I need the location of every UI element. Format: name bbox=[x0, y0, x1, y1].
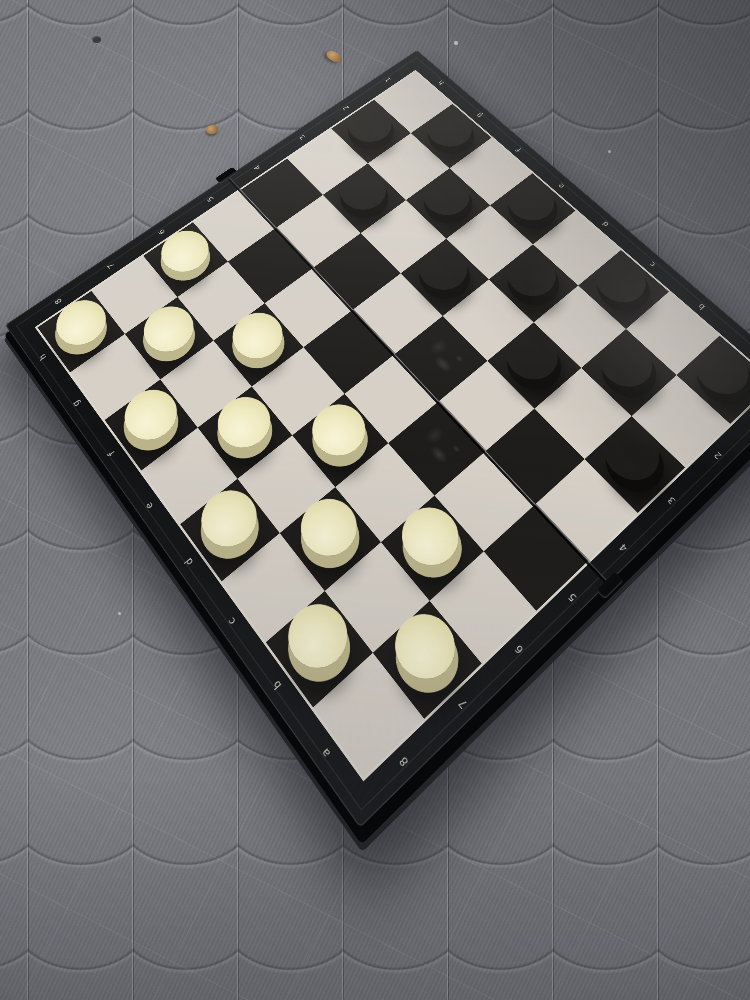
file-label-f-top: f bbox=[106, 448, 117, 458]
dust-speck bbox=[608, 150, 611, 153]
rank-label-2-left: 2 bbox=[713, 450, 724, 461]
file-label-d-top: d bbox=[184, 556, 196, 568]
file-label-b-bottom: b bbox=[697, 302, 707, 311]
file-label-f-bottom: f bbox=[515, 146, 524, 153]
file-label-h-top: h bbox=[38, 352, 49, 361]
file-label-g-top: g bbox=[71, 399, 82, 409]
debris-crumb bbox=[325, 49, 343, 64]
rank-label-7-right: 7 bbox=[106, 261, 116, 269]
rank-label-1-right: 1 bbox=[384, 76, 393, 83]
dust-speck bbox=[118, 612, 121, 615]
file-label-a-top: a bbox=[320, 746, 333, 760]
board-grid bbox=[37, 72, 750, 778]
file-label-e-bottom: e bbox=[557, 182, 566, 190]
rank-label-2-right: 2 bbox=[342, 104, 351, 111]
file-label-b-top: b bbox=[271, 678, 284, 691]
file-label-c-top: c bbox=[226, 615, 238, 627]
rank-label-7-left: 7 bbox=[457, 697, 470, 711]
rank-label-4-right: 4 bbox=[253, 164, 262, 171]
board-frame: aabbccddeeffgghh8877665544332211 bbox=[5, 50, 750, 828]
rank-label-5-left: 5 bbox=[567, 591, 579, 603]
rank-label-5-right: 5 bbox=[206, 195, 216, 203]
rank-label-6-right: 6 bbox=[157, 228, 167, 236]
file-label-e-top: e bbox=[144, 500, 156, 511]
rank-label-8-right: 8 bbox=[54, 297, 64, 306]
rank-label-8-left: 8 bbox=[398, 754, 411, 768]
dust-speck bbox=[454, 41, 458, 45]
file-label-g-bottom: g bbox=[475, 112, 484, 119]
checkers-board: aabbccddeeffgghh8877665544332211 bbox=[5, 50, 750, 828]
file-label-d-bottom: d bbox=[601, 220, 611, 228]
bedspread-background: aabbccddeeffgghh8877665544332211 bbox=[0, 0, 750, 1000]
rank-label-6-left: 6 bbox=[513, 642, 525, 655]
rank-label-3-left: 3 bbox=[666, 495, 677, 506]
file-label-c-bottom: c bbox=[647, 260, 657, 268]
debris-dark-fleck bbox=[92, 36, 101, 43]
debris-crumb-small bbox=[205, 124, 219, 136]
file-label-h-bottom: h bbox=[437, 79, 446, 86]
rank-label-3-right: 3 bbox=[298, 133, 307, 140]
rank-label-4-left: 4 bbox=[618, 541, 630, 553]
